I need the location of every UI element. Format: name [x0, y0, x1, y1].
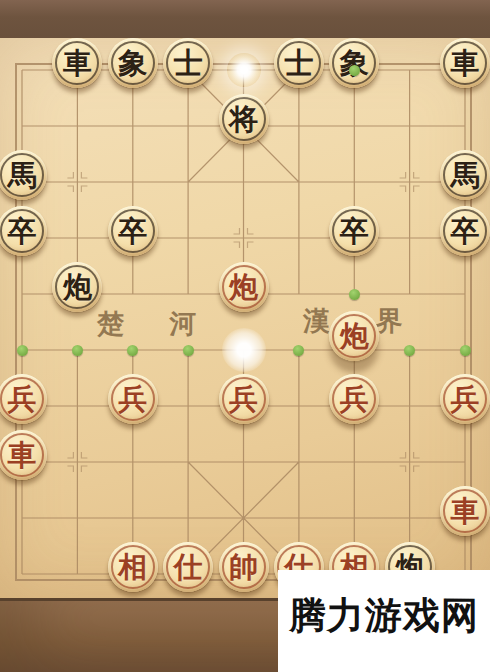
piece-red-chariot[interactable]: 車: [0, 430, 47, 480]
piece-character: 馬: [440, 150, 490, 200]
piece-character: 兵: [440, 374, 490, 424]
piece-red-soldier[interactable]: 兵: [0, 374, 47, 424]
piece-character: 馬: [0, 150, 47, 200]
piece-character: 炮: [52, 262, 102, 312]
piece-character: 将: [219, 94, 269, 144]
piece-character: 卒: [0, 206, 47, 256]
xiangqi-game-screen: 楚 河 漢 界 車象士士象車将馬馬卒卒卒卒炮炮炮兵兵兵兵兵車車相仕帥仕相炮 腾力…: [0, 0, 490, 672]
piece-character: 卒: [329, 206, 379, 256]
piece-red-soldier[interactable]: 兵: [329, 374, 379, 424]
piece-character: 車: [440, 486, 490, 536]
piece-red-elephant[interactable]: 相: [108, 542, 158, 592]
piece-character: 兵: [0, 374, 47, 424]
piece-character: 帥: [219, 542, 269, 592]
piece-red-soldier[interactable]: 兵: [108, 374, 158, 424]
piece-black-horse[interactable]: 馬: [440, 150, 490, 200]
piece-character: 仕: [163, 542, 213, 592]
piece-layer: 車象士士象車将馬馬卒卒卒卒炮炮炮兵兵兵兵兵車車相仕帥仕相炮: [0, 42, 490, 602]
piece-black-horse[interactable]: 馬: [0, 150, 47, 200]
piece-character: 卒: [108, 206, 158, 256]
piece-black-soldier[interactable]: 卒: [0, 206, 47, 256]
piece-red-cannon[interactable]: 炮: [329, 311, 379, 361]
piece-character: 兵: [219, 374, 269, 424]
piece-character: 卒: [440, 206, 490, 256]
piece-black-advisor[interactable]: 士: [274, 38, 324, 88]
piece-character: 象: [329, 38, 379, 88]
piece-black-chariot[interactable]: 車: [52, 38, 102, 88]
piece-character: 士: [274, 38, 324, 88]
piece-black-soldier[interactable]: 卒: [108, 206, 158, 256]
watermark-banner: 腾力游戏网: [278, 570, 490, 672]
piece-black-general[interactable]: 将: [219, 94, 269, 144]
piece-character: 士: [163, 38, 213, 88]
watermark-text: 腾力游戏网: [289, 591, 479, 641]
piece-black-chariot[interactable]: 車: [440, 38, 490, 88]
piece-character: 兵: [329, 374, 379, 424]
piece-red-soldier[interactable]: 兵: [219, 374, 269, 424]
piece-character: 兵: [108, 374, 158, 424]
piece-red-soldier[interactable]: 兵: [440, 374, 490, 424]
piece-character: 車: [52, 38, 102, 88]
top-wood-bar: [0, 0, 490, 38]
piece-black-soldier[interactable]: 卒: [329, 206, 379, 256]
piece-character: 象: [108, 38, 158, 88]
piece-red-chariot[interactable]: 車: [440, 486, 490, 536]
piece-black-elephant[interactable]: 象: [108, 38, 158, 88]
piece-character: 炮: [219, 262, 269, 312]
piece-character: 相: [108, 542, 158, 592]
piece-character: 車: [0, 430, 47, 480]
piece-character: 車: [440, 38, 490, 88]
piece-red-advisor[interactable]: 仕: [163, 542, 213, 592]
piece-black-cannon[interactable]: 炮: [52, 262, 102, 312]
piece-black-elephant[interactable]: 象: [329, 38, 379, 88]
piece-black-soldier[interactable]: 卒: [440, 206, 490, 256]
piece-character: 炮: [329, 311, 379, 361]
piece-black-advisor[interactable]: 士: [163, 38, 213, 88]
piece-red-cannon[interactable]: 炮: [219, 262, 269, 312]
piece-red-general[interactable]: 帥: [219, 542, 269, 592]
